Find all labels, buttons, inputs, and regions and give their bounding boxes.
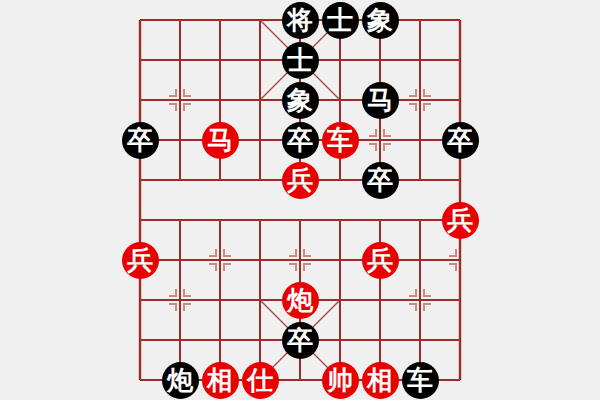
- piece-red-soldier[interactable]: 兵: [122, 242, 159, 279]
- piece-red-soldier[interactable]: 兵: [442, 202, 479, 239]
- piece-red-advisor[interactable]: 仕: [242, 362, 279, 399]
- piece-black-chariot[interactable]: 车: [402, 362, 439, 399]
- piece-black-elephant[interactable]: 象: [282, 82, 319, 119]
- xiangqi-board: 将士象士象马卒马卒车卒兵卒兵兵兵炮卒炮相仕帅相车: [0, 0, 600, 400]
- piece-black-cannon[interactable]: 炮: [162, 362, 199, 399]
- piece-black-soldier[interactable]: 卒: [442, 122, 479, 159]
- piece-red-soldier[interactable]: 兵: [282, 162, 319, 199]
- piece-layer: 将士象士象马卒马卒车卒兵卒兵兵兵炮卒炮相仕帅相车: [120, 0, 480, 400]
- piece-black-general[interactable]: 将: [282, 2, 319, 39]
- piece-red-soldier[interactable]: 兵: [362, 242, 399, 279]
- piece-black-advisor[interactable]: 士: [282, 42, 319, 79]
- piece-red-chariot[interactable]: 车: [322, 122, 359, 159]
- piece-red-general[interactable]: 帅: [322, 362, 359, 399]
- piece-black-soldier[interactable]: 卒: [122, 122, 159, 159]
- piece-black-soldier[interactable]: 卒: [282, 322, 319, 359]
- piece-black-elephant[interactable]: 象: [362, 2, 399, 39]
- piece-red-elephant[interactable]: 相: [362, 362, 399, 399]
- piece-red-cannon[interactable]: 炮: [282, 282, 319, 319]
- piece-red-elephant[interactable]: 相: [202, 362, 239, 399]
- piece-red-horse[interactable]: 马: [202, 122, 239, 159]
- piece-black-horse[interactable]: 马: [362, 82, 399, 119]
- piece-black-soldier[interactable]: 卒: [362, 162, 399, 199]
- piece-black-soldier[interactable]: 卒: [282, 122, 319, 159]
- piece-black-advisor[interactable]: 士: [322, 2, 359, 39]
